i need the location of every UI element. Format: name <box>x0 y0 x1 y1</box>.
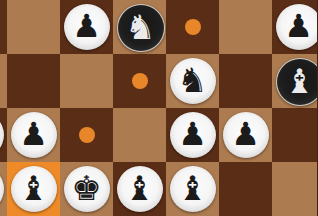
piece-glyph: ♝ <box>124 171 154 205</box>
board-square[interactable] <box>272 108 317 162</box>
piece-black-bishop[interactable]: ♝ <box>170 166 216 212</box>
move-hint-dot[interactable] <box>185 19 201 35</box>
board-square[interactable] <box>219 54 272 108</box>
move-hint-dot[interactable] <box>79 127 95 143</box>
move-hint-dot[interactable] <box>132 73 148 89</box>
board-square[interactable] <box>60 54 113 108</box>
piece-black-bishop-selected[interactable]: ♝ <box>11 166 57 212</box>
piece-black-pawn[interactable]: ♟ <box>64 4 110 50</box>
piece-glyph: ♟ <box>19 118 48 150</box>
piece-glyph: ♟ <box>284 10 313 42</box>
piece-black-pawn[interactable]: ♟ <box>223 112 269 158</box>
board-square[interactable] <box>219 162 272 216</box>
piece-glyph: ♟ <box>231 118 260 150</box>
piece-glyph: ♚ <box>71 171 101 205</box>
piece-glyph: ♝ <box>177 171 207 205</box>
piece-black-pawn[interactable]: ♟ <box>170 112 216 158</box>
board-square[interactable] <box>7 54 60 108</box>
piece-glyph: ♟ <box>178 118 207 150</box>
board-square[interactable] <box>7 0 60 54</box>
piece-glyph: ♟ <box>72 10 101 42</box>
piece-black-pawn[interactable]: ♟ <box>276 4 318 50</box>
board-square[interactable] <box>0 54 7 108</box>
board-square[interactable] <box>113 108 166 162</box>
board-square[interactable] <box>219 0 272 54</box>
piece-glyph: ♞ <box>125 10 155 44</box>
board-square[interactable] <box>272 162 317 216</box>
piece-black-pawn[interactable]: ♟ <box>11 112 57 158</box>
chess-board: ♟♞♟♞♝♟♟♟♟♟♝♚♝♝ <box>0 0 317 216</box>
piece-glyph: ♝ <box>18 171 48 205</box>
piece-glyph: ♝ <box>284 64 314 98</box>
piece-black-king[interactable]: ♚ <box>64 166 110 212</box>
piece-glyph: ♞ <box>177 63 207 97</box>
piece-black-bishop[interactable]: ♝ <box>117 166 163 212</box>
piece-black-knight[interactable]: ♞ <box>170 58 216 104</box>
piece-knight-locked[interactable]: ♞ <box>117 4 165 52</box>
board-square[interactable] <box>0 0 7 54</box>
